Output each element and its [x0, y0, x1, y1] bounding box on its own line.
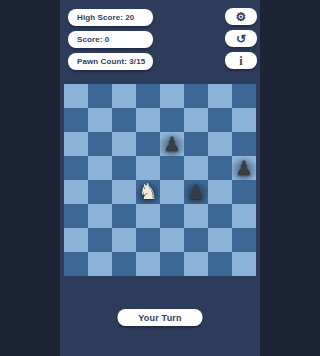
board-square-c1[interactable]	[112, 252, 136, 276]
board-square-g2[interactable]	[208, 228, 232, 252]
restart-button[interactable]: ↺	[225, 30, 257, 47]
board-square-a4[interactable]	[64, 180, 88, 204]
board-square-e6[interactable]: ♟	[160, 132, 184, 156]
board-square-e2[interactable]	[160, 228, 184, 252]
board-square-b8[interactable]	[88, 84, 112, 108]
board-square-a6[interactable]	[64, 132, 88, 156]
board-square-d5[interactable]	[136, 156, 160, 180]
board-square-f2[interactable]	[184, 228, 208, 252]
board-square-a2[interactable]	[64, 228, 88, 252]
settings-button[interactable]: ⚙	[225, 8, 257, 25]
white-knight-glyph: ♞	[138, 181, 158, 203]
board-square-e1[interactable]	[160, 252, 184, 276]
board-square-b1[interactable]	[88, 252, 112, 276]
pawn-count-badge: Pawn Count: 3/15	[68, 53, 153, 70]
board-square-h1[interactable]	[232, 252, 256, 276]
board-square-c5[interactable]	[112, 156, 136, 180]
board-square-e7[interactable]	[160, 108, 184, 132]
board-square-g8[interactable]	[208, 84, 232, 108]
info-button[interactable]: i	[225, 52, 257, 69]
info-icon: i	[239, 55, 242, 67]
board-square-d7[interactable]	[136, 108, 160, 132]
black-pawn-glyph: ♟	[235, 158, 253, 178]
board-square-a7[interactable]	[64, 108, 88, 132]
board-square-e4[interactable]	[160, 180, 184, 204]
board-square-g3[interactable]	[208, 204, 232, 228]
board-square-e3[interactable]	[160, 204, 184, 228]
board-square-a1[interactable]	[64, 252, 88, 276]
high-score-badge: High Score: 20	[68, 9, 153, 26]
black-pawn-glyph: ♟	[187, 182, 205, 202]
board-square-c6[interactable]	[112, 132, 136, 156]
board-square-h6[interactable]	[232, 132, 256, 156]
score-badge: Score: 0	[68, 31, 153, 48]
board-square-f5[interactable]	[184, 156, 208, 180]
restart-icon: ↺	[236, 32, 246, 44]
board-square-h4[interactable]	[232, 180, 256, 204]
board-square-d4[interactable]: ♞	[136, 180, 160, 204]
board-square-e8[interactable]	[160, 84, 184, 108]
board-square-b5[interactable]	[88, 156, 112, 180]
board-square-d2[interactable]	[136, 228, 160, 252]
gear-icon: ⚙	[236, 11, 247, 23]
black-pawn[interactable]: ♟	[160, 132, 184, 156]
board-square-f3[interactable]	[184, 204, 208, 228]
board-square-b2[interactable]	[88, 228, 112, 252]
board-square-g4[interactable]	[208, 180, 232, 204]
board-square-f8[interactable]	[184, 84, 208, 108]
pawn-count-label: Pawn Count: 3/15	[77, 57, 145, 66]
board-square-a8[interactable]	[64, 84, 88, 108]
board-square-b4[interactable]	[88, 180, 112, 204]
high-score-label: High Score: 20	[77, 13, 134, 22]
black-pawn[interactable]: ♟	[184, 180, 208, 204]
board-square-f1[interactable]	[184, 252, 208, 276]
board-square-h2[interactable]	[232, 228, 256, 252]
board-square-f7[interactable]	[184, 108, 208, 132]
black-pawn[interactable]: ♟	[232, 156, 256, 180]
board-square-f6[interactable]	[184, 132, 208, 156]
turn-label: Your Turn	[138, 313, 181, 323]
board-square-b3[interactable]	[88, 204, 112, 228]
game-screen: High Score: 20 Score: 0 Pawn Count: 3/15…	[60, 0, 260, 356]
score-label: Score: 0	[77, 35, 109, 44]
board-square-d8[interactable]	[136, 84, 160, 108]
board-square-a3[interactable]	[64, 204, 88, 228]
board-square-h7[interactable]	[232, 108, 256, 132]
board-square-b7[interactable]	[88, 108, 112, 132]
board-square-h8[interactable]	[232, 84, 256, 108]
board-square-c8[interactable]	[112, 84, 136, 108]
board-square-h5[interactable]: ♟	[232, 156, 256, 180]
board-square-h3[interactable]	[232, 204, 256, 228]
board-square-a5[interactable]	[64, 156, 88, 180]
board-square-g5[interactable]	[208, 156, 232, 180]
board-square-c7[interactable]	[112, 108, 136, 132]
chess-board: ♟♟♞♟	[64, 84, 256, 276]
board-square-f4[interactable]: ♟	[184, 180, 208, 204]
board-square-b6[interactable]	[88, 132, 112, 156]
board-square-d6[interactable]	[136, 132, 160, 156]
board-square-g7[interactable]	[208, 108, 232, 132]
board-square-c3[interactable]	[112, 204, 136, 228]
white-knight[interactable]: ♞	[136, 180, 160, 204]
turn-indicator-button[interactable]: Your Turn	[118, 309, 203, 326]
board-square-g1[interactable]	[208, 252, 232, 276]
black-pawn-glyph: ♟	[163, 134, 181, 154]
board-square-c4[interactable]	[112, 180, 136, 204]
board-square-g6[interactable]	[208, 132, 232, 156]
board-square-c2[interactable]	[112, 228, 136, 252]
board-square-d3[interactable]	[136, 204, 160, 228]
board-square-d1[interactable]	[136, 252, 160, 276]
board-square-e5[interactable]	[160, 156, 184, 180]
